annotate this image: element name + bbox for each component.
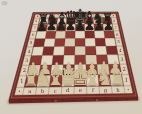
corner-smudge (2, 1, 8, 5)
square-b4[interactable] (42, 47, 54, 56)
square-e5[interactable] (75, 38, 85, 46)
piece-white-rook-h1[interactable]: ♜ (109, 68, 125, 89)
square-f5[interactable] (85, 38, 96, 46)
rank-label-right: 5 (117, 39, 120, 44)
square-c5[interactable] (54, 39, 65, 47)
square-d5[interactable] (65, 39, 76, 47)
chess-board[interactable]: aa88bb77cc66dd55ee44ff33gg22hh11♜♞♝♛♚♝♞♜… (9, 5, 138, 99)
rank-label-left: 4 (28, 49, 31, 54)
square-g5[interactable] (95, 38, 106, 46)
square-h4[interactable] (106, 46, 118, 55)
chess-board-scene: aa88bb77cc66dd55ee44ff33gg22hh11♜♞♝♛♚♝♞♜… (0, 0, 142, 114)
square-b5[interactable] (44, 39, 55, 47)
corner-ornament (128, 89, 129, 90)
square-c4[interactable] (53, 47, 64, 56)
rank-label-right: 7 (115, 26, 117, 30)
square-e4[interactable] (75, 46, 86, 55)
rank-label-right: 4 (119, 48, 122, 53)
rank-label-left: 5 (30, 40, 33, 45)
brass-clasp (55, 100, 57, 102)
square-f4[interactable] (85, 46, 96, 55)
piece-black-pawn-h7[interactable]: ♟ (103, 18, 114, 33)
chess-set-photo: aa88bb77cc66dd55ee44ff33gg22hh11♜♞♝♛♚♝♞♜… (0, 0, 142, 114)
square-h5[interactable] (105, 38, 116, 46)
brass-clasp (96, 99, 98, 101)
square-d4[interactable] (64, 47, 75, 56)
square-g4[interactable] (96, 46, 107, 55)
corner-ornament (19, 90, 20, 91)
